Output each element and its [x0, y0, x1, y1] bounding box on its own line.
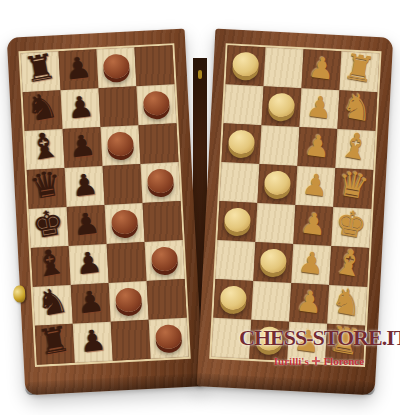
square-f4: [215, 240, 255, 281]
right-board-squares: ♟♜♟♞♟♝♟♛♟♚♟♝♟♞♟♜: [209, 43, 381, 367]
white-rook-a1: ♜: [341, 47, 379, 90]
white-pawn-c2: ♟: [302, 126, 332, 167]
square-a5: [134, 45, 174, 86]
square-h6: [111, 320, 151, 361]
square-g2: ♟: [289, 283, 329, 324]
dark-checker-disc-d5: [147, 168, 174, 193]
square-h7: ♟: [73, 322, 113, 363]
square-h2: ♟: [287, 322, 327, 363]
square-b3: [262, 86, 302, 127]
square-c7: ♟: [63, 127, 103, 168]
square-d5: [141, 162, 181, 203]
dark-checker-disc-b5: [143, 90, 170, 115]
square-a6: [96, 47, 136, 88]
black-pawn-b7: ♟: [65, 87, 95, 128]
black-pawn-d7: ♟: [69, 165, 99, 206]
square-b4: [224, 84, 264, 125]
square-b7: ♟: [61, 88, 101, 129]
white-bishop-c1: ♝: [337, 125, 375, 168]
white-pawn-b2: ♟: [304, 87, 334, 128]
dark-checker-disc-a6: [103, 54, 130, 79]
light-checker-disc-c4: [228, 129, 255, 154]
black-pawn-h7: ♟: [78, 320, 108, 361]
left-board-panel: ♜♟♞♟♝♟♛♟♚♟♝♟♞♟♜♟: [7, 29, 203, 396]
black-rook-h8: ♜: [36, 319, 74, 362]
dark-checker-disc-c6: [107, 131, 134, 156]
light-checker-disc-a4: [232, 52, 259, 77]
square-g4: [213, 279, 253, 320]
black-pawn-e7: ♟: [71, 204, 101, 245]
square-e4: [217, 201, 257, 242]
square-h5: [149, 318, 189, 359]
white-knight-g1: ♞: [329, 280, 367, 323]
black-king-e8: ♚: [30, 203, 68, 246]
square-h8: ♜: [35, 324, 75, 365]
square-b6: [99, 86, 139, 127]
dark-checker-disc-e6: [111, 209, 138, 234]
black-rook-a8: ♜: [22, 47, 60, 90]
white-rook-h1: ♜: [327, 319, 365, 362]
square-d3: [257, 164, 297, 205]
square-e2: ♟: [293, 205, 333, 246]
square-c5: [138, 123, 178, 164]
square-e5: [143, 201, 183, 242]
dark-checker-disc-g6: [115, 287, 142, 312]
square-d4: [219, 162, 259, 203]
white-pawn-g2: ♟: [294, 281, 324, 322]
dark-checker-disc-f5: [151, 246, 178, 271]
square-e6: [105, 203, 145, 244]
right-board-panel: ♟♜♟♞♟♝♟♛♟♚♟♝♟♞♟♜: [197, 29, 393, 396]
black-bishop-f8: ♝: [32, 241, 70, 284]
square-g5: [147, 279, 187, 320]
white-queen-d1: ♛: [335, 164, 373, 207]
light-checker-disc-b3: [268, 92, 295, 117]
white-knight-b1: ♞: [339, 86, 377, 129]
square-d7: ♟: [65, 166, 105, 207]
black-knight-g8: ♞: [34, 280, 72, 323]
square-a4: [226, 45, 266, 86]
chess-set-photo: ♜♟♞♟♝♟♛♟♚♟♝♟♞♟♜♟ ♟♜♟♞♟♝♟♛♟♚♟♝♟♞♟♜ CHESS-…: [0, 0, 400, 415]
white-pawn-f2: ♟: [296, 242, 326, 283]
light-checker-disc-h3: [256, 326, 283, 351]
light-checker-disc-d3: [264, 170, 291, 195]
light-checker-disc-e4: [224, 207, 251, 232]
square-a3: [264, 47, 304, 88]
brass-clasp-icon: [13, 285, 26, 303]
light-checker-disc-f3: [260, 248, 287, 273]
square-e3: [255, 203, 295, 244]
square-b5: [136, 84, 176, 125]
square-g3: [251, 281, 291, 322]
white-bishop-f1: ♝: [331, 241, 369, 284]
left-board-squares: ♜♟♞♟♝♟♛♟♚♟♝♟♞♟♜♟: [18, 43, 190, 367]
square-f7: ♟: [69, 244, 109, 285]
square-c6: [101, 125, 141, 166]
square-b2: ♟: [299, 88, 339, 129]
square-h1: ♜: [325, 324, 365, 365]
dark-checker-disc-h5: [155, 324, 182, 349]
white-pawn-d2: ♟: [300, 165, 330, 206]
white-pawn-h2: ♟: [292, 320, 322, 361]
square-g6: [109, 281, 149, 322]
square-d2: ♟: [295, 166, 335, 207]
square-a2: ♟: [301, 49, 341, 90]
black-queen-d8: ♛: [28, 164, 66, 207]
square-e7: ♟: [67, 205, 107, 246]
brass-hinge-pin-icon: [198, 70, 202, 79]
square-c2: ♟: [297, 127, 337, 168]
square-f2: ♟: [291, 244, 331, 285]
black-pawn-f7: ♟: [73, 242, 103, 283]
black-knight-b8: ♞: [24, 86, 62, 129]
square-f6: [107, 242, 147, 283]
square-c3: [259, 125, 299, 166]
square-h3: [249, 320, 289, 361]
white-king-e1: ♚: [333, 203, 371, 246]
square-f3: [253, 242, 293, 283]
square-d6: [103, 164, 143, 205]
black-pawn-c7: ♟: [67, 126, 97, 167]
square-f5: [145, 240, 185, 281]
black-pawn-a7: ♟: [63, 48, 93, 89]
light-checker-disc-g4: [220, 285, 247, 310]
square-c4: [222, 123, 262, 164]
black-pawn-g7: ♟: [75, 281, 105, 322]
square-h4: [211, 318, 251, 359]
white-pawn-a2: ♟: [306, 48, 336, 89]
square-g7: ♟: [71, 283, 111, 324]
square-a7: ♟: [59, 49, 99, 90]
white-pawn-e2: ♟: [298, 204, 328, 245]
black-bishop-c8: ♝: [26, 125, 64, 168]
